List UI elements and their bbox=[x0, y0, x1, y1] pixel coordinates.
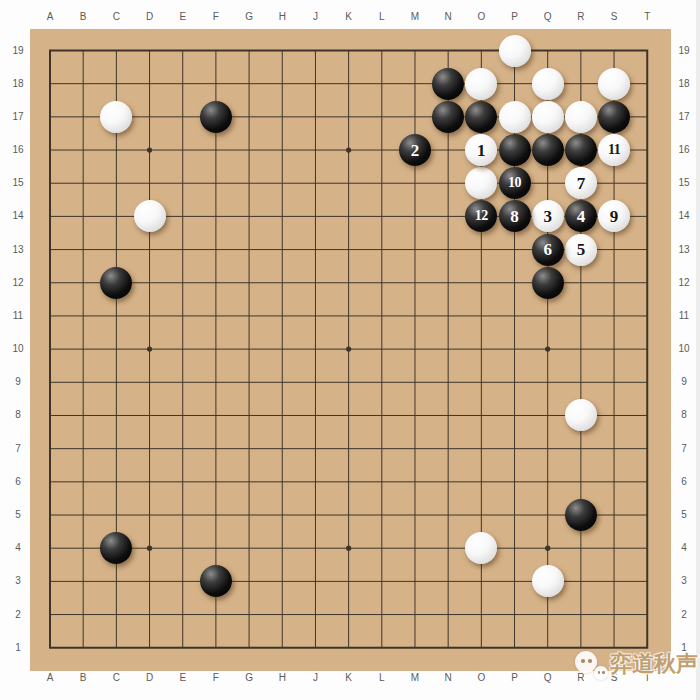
col-label-top-B: B bbox=[73, 11, 93, 24]
black-stone-N18 bbox=[432, 68, 464, 100]
wechat-icon-eye bbox=[588, 659, 592, 663]
row-label-right-13: 13 bbox=[671, 244, 697, 256]
row-label-right-7: 7 bbox=[671, 443, 697, 455]
row-label-left-1: 1 bbox=[5, 642, 31, 654]
black-stone-F3 bbox=[200, 565, 232, 597]
black-stone-Q16 bbox=[532, 134, 564, 166]
black-stone-R16 bbox=[565, 134, 597, 166]
row-label-left-8: 8 bbox=[5, 409, 31, 421]
col-label-top-H: H bbox=[272, 11, 292, 24]
move-stone-2-M16: 2 bbox=[399, 134, 431, 166]
white-stone-O4 bbox=[465, 532, 497, 564]
col-label-bottom-L: L bbox=[372, 672, 392, 685]
move-stone-9-S14: 9 bbox=[598, 200, 630, 232]
white-stone-O18 bbox=[465, 68, 497, 100]
watermark-text: 弈道秋声 bbox=[610, 649, 698, 679]
col-label-top-A: A bbox=[40, 11, 60, 24]
white-stone-P17 bbox=[499, 101, 531, 133]
move-number: 12 bbox=[475, 209, 488, 223]
col-label-bottom-G: G bbox=[239, 672, 259, 685]
row-label-right-8: 8 bbox=[671, 409, 697, 421]
col-label-top-P: P bbox=[505, 11, 525, 24]
black-stone-P16 bbox=[499, 134, 531, 166]
row-label-right-9: 9 bbox=[671, 376, 697, 388]
col-label-top-J: J bbox=[305, 11, 325, 24]
row-label-right-17: 17 bbox=[671, 111, 697, 123]
row-label-left-7: 7 bbox=[5, 443, 31, 455]
row-label-left-2: 2 bbox=[5, 609, 31, 621]
wechat-icon-eye bbox=[602, 671, 605, 674]
row-label-right-2: 2 bbox=[671, 609, 697, 621]
right-edge-strip bbox=[696, 0, 700, 700]
move-stone-5-R13: 5 bbox=[565, 234, 597, 266]
col-label-bottom-Q: Q bbox=[538, 672, 558, 685]
row-label-left-6: 6 bbox=[5, 476, 31, 488]
white-stone-Q3 bbox=[532, 565, 564, 597]
col-label-top-M: M bbox=[405, 11, 425, 24]
white-stone-C17 bbox=[100, 101, 132, 133]
white-stone-S18 bbox=[598, 68, 630, 100]
move-number: 9 bbox=[610, 208, 619, 225]
row-label-left-5: 5 bbox=[5, 509, 31, 521]
move-number: 6 bbox=[543, 241, 552, 258]
col-label-top-S: S bbox=[604, 11, 624, 24]
col-label-top-D: D bbox=[140, 11, 160, 24]
move-stone-7-R15: 7 bbox=[565, 167, 597, 199]
row-label-left-19: 19 bbox=[5, 45, 31, 57]
move-number: 7 bbox=[577, 175, 586, 192]
col-label-top-E: E bbox=[173, 11, 193, 24]
row-label-right-10: 10 bbox=[671, 343, 697, 355]
wechat-icon-small-bubble bbox=[594, 666, 608, 680]
row-label-left-12: 12 bbox=[5, 277, 31, 289]
row-label-left-14: 14 bbox=[5, 210, 31, 222]
col-label-top-G: G bbox=[239, 11, 259, 24]
col-label-top-L: L bbox=[372, 11, 392, 24]
col-label-bottom-D: D bbox=[140, 672, 160, 685]
move-number: 11 bbox=[608, 143, 620, 157]
move-stone-11-S16: 11 bbox=[598, 134, 630, 166]
col-label-top-R: R bbox=[571, 11, 591, 24]
col-label-bottom-B: B bbox=[73, 672, 93, 685]
move-stone-4-R14: 4 bbox=[565, 200, 597, 232]
row-label-left-4: 4 bbox=[5, 542, 31, 554]
col-label-top-K: K bbox=[339, 11, 359, 24]
white-stone-O15 bbox=[465, 167, 497, 199]
row-label-right-11: 11 bbox=[671, 310, 697, 322]
col-label-bottom-E: E bbox=[173, 672, 193, 685]
col-label-bottom-J: J bbox=[305, 672, 325, 685]
wechat-icon-eye bbox=[598, 671, 601, 674]
row-label-right-6: 6 bbox=[671, 476, 697, 488]
white-stone-R8 bbox=[565, 399, 597, 431]
col-label-bottom-H: H bbox=[272, 672, 292, 685]
black-stone-R5 bbox=[565, 499, 597, 531]
row-label-left-17: 17 bbox=[5, 111, 31, 123]
col-label-bottom-P: P bbox=[505, 672, 525, 685]
wechat-icon-eye bbox=[581, 659, 585, 663]
col-label-top-T: T bbox=[637, 11, 657, 24]
stones-layer: 123456789101112 bbox=[0, 0, 700, 700]
move-number: 1 bbox=[477, 142, 486, 159]
row-label-right-4: 4 bbox=[671, 542, 697, 554]
black-stone-C4 bbox=[100, 532, 132, 564]
row-label-left-13: 13 bbox=[5, 244, 31, 256]
col-label-bottom-O: O bbox=[471, 672, 491, 685]
col-label-bottom-M: M bbox=[405, 672, 425, 685]
row-label-left-10: 10 bbox=[5, 343, 31, 355]
col-label-top-N: N bbox=[438, 11, 458, 24]
row-label-right-3: 3 bbox=[671, 575, 697, 587]
black-stone-O17 bbox=[465, 101, 497, 133]
black-stone-C12 bbox=[100, 267, 132, 299]
col-label-top-C: C bbox=[106, 11, 126, 24]
row-label-right-5: 5 bbox=[671, 509, 697, 521]
col-label-bottom-C: C bbox=[106, 672, 126, 685]
col-label-bottom-A: A bbox=[40, 672, 60, 685]
white-stone-Q18 bbox=[532, 68, 564, 100]
move-stone-3-Q14: 3 bbox=[532, 200, 564, 232]
col-label-bottom-F: F bbox=[206, 672, 226, 685]
white-stone-D14 bbox=[134, 200, 166, 232]
row-label-left-3: 3 bbox=[5, 575, 31, 587]
move-stone-1-O16: 1 bbox=[465, 134, 497, 166]
black-stone-S17 bbox=[598, 101, 630, 133]
row-label-left-15: 15 bbox=[5, 177, 31, 189]
row-label-left-9: 9 bbox=[5, 376, 31, 388]
white-stone-Q17 bbox=[532, 101, 564, 133]
black-stone-F17 bbox=[200, 101, 232, 133]
black-stone-Q12 bbox=[532, 267, 564, 299]
row-label-left-11: 11 bbox=[5, 310, 31, 322]
col-label-bottom-K: K bbox=[339, 672, 359, 685]
row-label-right-16: 16 bbox=[671, 144, 697, 156]
row-label-right-15: 15 bbox=[671, 177, 697, 189]
row-label-right-18: 18 bbox=[671, 78, 697, 90]
col-label-top-O: O bbox=[471, 11, 491, 24]
col-label-top-F: F bbox=[206, 11, 226, 24]
move-stone-10-P15: 10 bbox=[499, 167, 531, 199]
black-stone-N17 bbox=[432, 101, 464, 133]
move-number: 10 bbox=[508, 176, 521, 190]
row-label-right-14: 14 bbox=[671, 210, 697, 222]
move-stone-12-O14: 12 bbox=[465, 200, 497, 232]
move-number: 8 bbox=[510, 208, 519, 225]
watermark: 弈道秋声 bbox=[563, 646, 700, 690]
move-stone-8-P14: 8 bbox=[499, 200, 531, 232]
row-label-left-18: 18 bbox=[5, 78, 31, 90]
row-label-right-12: 12 bbox=[671, 277, 697, 289]
col-label-top-Q: Q bbox=[538, 11, 558, 24]
white-stone-R17 bbox=[565, 101, 597, 133]
move-number: 5 bbox=[577, 241, 586, 258]
row-label-right-19: 19 bbox=[671, 45, 697, 57]
move-number: 2 bbox=[411, 142, 420, 159]
move-stone-6-Q13: 6 bbox=[532, 234, 564, 266]
col-label-bottom-N: N bbox=[438, 672, 458, 685]
row-label-left-16: 16 bbox=[5, 144, 31, 156]
move-number: 4 bbox=[577, 208, 586, 225]
white-stone-P19 bbox=[499, 35, 531, 67]
move-number: 3 bbox=[543, 208, 552, 225]
